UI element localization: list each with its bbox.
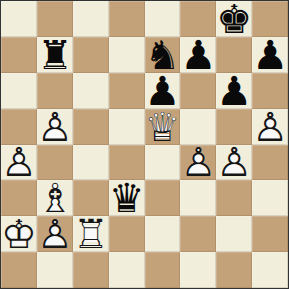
square-c5[interactable]	[73, 109, 109, 145]
pawn-glyph-outline: ♙	[216, 142, 252, 182]
square-d5[interactable]	[109, 109, 145, 145]
square-a1[interactable]	[1, 252, 37, 288]
square-b2[interactable]: ♟♙	[37, 216, 73, 252]
square-h5[interactable]: ♟♙	[252, 109, 288, 145]
square-g1[interactable]	[216, 252, 252, 288]
square-d7[interactable]	[109, 37, 145, 73]
square-d8[interactable]	[109, 1, 145, 37]
square-h7[interactable]: ♟	[252, 37, 288, 73]
square-f4[interactable]: ♟♙	[180, 145, 216, 181]
square-c2[interactable]: ♜♖	[73, 216, 109, 252]
pawn-glyph-outline: ♙	[37, 214, 73, 254]
pawn-glyph-outline: ♙	[1, 142, 37, 182]
piece-black-queen[interactable]: ♛	[109, 180, 145, 216]
square-c4[interactable]	[73, 145, 109, 181]
pawn-glyph-outline: ♙	[252, 107, 288, 147]
square-d2[interactable]	[109, 216, 145, 252]
square-h2[interactable]	[252, 216, 288, 252]
pawn-glyph-outline: ♙	[37, 107, 73, 147]
pawn-glyph: ♟	[252, 35, 288, 75]
square-f7[interactable]: ♟	[180, 37, 216, 73]
piece-black-pawn[interactable]: ♟	[216, 73, 252, 109]
square-h1[interactable]	[252, 252, 288, 288]
square-a2[interactable]: ♚♔	[1, 216, 37, 252]
piece-white-pawn[interactable]: ♟♙	[180, 145, 216, 181]
square-f3[interactable]	[180, 180, 216, 216]
square-b7[interactable]: ♜	[37, 37, 73, 73]
piece-white-pawn[interactable]: ♟♙	[252, 109, 288, 145]
square-g2[interactable]	[216, 216, 252, 252]
piece-black-pawn[interactable]: ♟	[252, 37, 288, 73]
piece-black-pawn[interactable]: ♟	[180, 37, 216, 73]
queen-glyph: ♛	[109, 178, 145, 218]
rook-glyph: ♜	[37, 35, 73, 75]
square-a4[interactable]: ♟♙	[1, 145, 37, 181]
chess-board-window: ♚♜♞♟♟♟♟♟♙♛♕♟♙♟♙♟♙♟♙♝♗♛♚♔♟♙♜♖	[0, 0, 289, 289]
square-a8[interactable]	[1, 1, 37, 37]
pawn-glyph-outline: ♙	[180, 142, 216, 182]
piece-black-rook[interactable]: ♜	[37, 37, 73, 73]
chess-board: ♚♜♞♟♟♟♟♟♙♛♕♟♙♟♙♟♙♟♙♝♗♛♚♔♟♙♜♖	[0, 0, 289, 289]
square-f1[interactable]	[180, 252, 216, 288]
piece-white-rook[interactable]: ♜♖	[73, 216, 109, 252]
piece-black-king[interactable]: ♚	[216, 1, 252, 37]
piece-white-queen[interactable]: ♛♕	[145, 109, 181, 145]
square-b5[interactable]: ♟♙	[37, 109, 73, 145]
square-e3[interactable]	[145, 180, 181, 216]
square-e4[interactable]	[145, 145, 181, 181]
king-glyph-outline: ♔	[1, 214, 37, 254]
piece-white-pawn[interactable]: ♟♙	[1, 145, 37, 181]
piece-white-pawn[interactable]: ♟♙	[216, 145, 252, 181]
square-e5[interactable]: ♛♕	[145, 109, 181, 145]
piece-white-pawn[interactable]: ♟♙	[37, 216, 73, 252]
square-e1[interactable]	[145, 252, 181, 288]
square-d1[interactable]	[109, 252, 145, 288]
square-g8[interactable]: ♚	[216, 1, 252, 37]
queen-glyph-outline: ♕	[145, 107, 181, 147]
square-h4[interactable]	[252, 145, 288, 181]
square-e2[interactable]	[145, 216, 181, 252]
square-g6[interactable]: ♟	[216, 73, 252, 109]
king-glyph: ♚	[216, 0, 252, 39]
square-c8[interactable]	[73, 1, 109, 37]
square-c7[interactable]	[73, 37, 109, 73]
square-g3[interactable]	[216, 180, 252, 216]
rook-glyph-outline: ♖	[73, 214, 109, 254]
square-f2[interactable]	[180, 216, 216, 252]
square-h3[interactable]	[252, 180, 288, 216]
piece-white-king[interactable]: ♚♔	[1, 216, 37, 252]
square-a6[interactable]	[1, 73, 37, 109]
square-d6[interactable]	[109, 73, 145, 109]
piece-white-pawn[interactable]: ♟♙	[37, 109, 73, 145]
square-d3[interactable]: ♛	[109, 180, 145, 216]
square-f6[interactable]	[180, 73, 216, 109]
pawn-glyph: ♟	[216, 71, 252, 111]
square-b1[interactable]	[37, 252, 73, 288]
square-c1[interactable]	[73, 252, 109, 288]
square-a7[interactable]	[1, 37, 37, 73]
pawn-glyph: ♟	[180, 35, 216, 75]
square-c6[interactable]	[73, 73, 109, 109]
square-g4[interactable]: ♟♙	[216, 145, 252, 181]
